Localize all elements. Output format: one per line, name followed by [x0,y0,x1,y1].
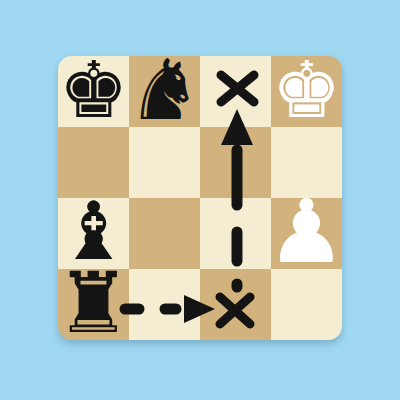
board-square[interactable]: ♞ [129,56,200,127]
board-square[interactable]: ♟ [271,198,342,269]
white-pawn[interactable]: ♟ [267,188,342,276]
black-knight[interactable]: ♞ [127,56,202,132]
board-square[interactable] [200,127,271,198]
black-king[interactable]: ♚ [59,56,129,129]
board-square[interactable] [200,198,271,269]
board: ♚♞♚♝♟♜ [58,56,342,340]
black-rook[interactable]: ♜ [58,261,131,341]
board-square[interactable] [129,198,200,269]
white-king[interactable]: ♚ [272,56,342,129]
board-square[interactable]: ♚ [58,56,129,127]
board-square[interactable] [200,56,271,127]
board-square[interactable]: ♜ [58,269,129,340]
board-square[interactable] [129,269,200,340]
board-square[interactable]: ♚ [271,56,342,127]
board-square[interactable] [200,269,271,340]
diagram-scene: ♚♞♚♝♟♜ [0,0,400,400]
